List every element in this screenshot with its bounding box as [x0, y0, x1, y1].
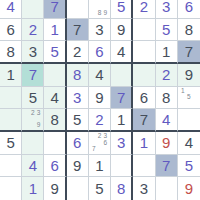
cell-r4c7[interactable]: [133, 64, 155, 87]
cell-r8c8[interactable]: 7: [156, 155, 178, 178]
cell-digit: 4: [50, 90, 58, 105]
cell-r1c5[interactable]: 89: [89, 0, 111, 19]
cell-r5c5[interactable]: 9: [89, 87, 111, 110]
cell-digit: 6: [140, 90, 148, 105]
cell-digit: 5: [50, 44, 58, 59]
cell-digit: 7: [185, 44, 193, 59]
cell-digit: 9: [95, 90, 103, 105]
cell-r3c3[interactable]: 5: [44, 41, 66, 64]
cell-r6c6[interactable]: 1: [111, 109, 133, 132]
cell-r8c6[interactable]: [111, 155, 133, 178]
cell-r1c2[interactable]: [22, 0, 44, 19]
cell-r7c1[interactable]: 5: [0, 132, 22, 155]
cell-r6c2[interactable]: 239: [22, 109, 44, 132]
cell-r4c3[interactable]: [44, 64, 66, 87]
cell-digit: 8: [185, 22, 193, 37]
pencil-marks: 239: [24, 110, 41, 129]
cell-digit: 6: [6, 22, 14, 37]
cell-r1c9[interactable]: 6: [178, 0, 200, 19]
cell-r8c2[interactable]: 4: [22, 155, 44, 178]
cell-digit: 3: [117, 135, 125, 150]
cell-r4c6[interactable]: [111, 64, 133, 87]
cell-r1c6[interactable]: 5: [111, 0, 133, 19]
cell-r5c4[interactable]: 3: [67, 87, 89, 110]
cell-r3c7[interactable]: [133, 41, 155, 64]
cell-r5c3[interactable]: 4: [44, 87, 66, 110]
cell-r6c9[interactable]: [178, 109, 200, 132]
cell-r6c7[interactable]: 7: [133, 109, 155, 132]
cell-digit: 5: [73, 112, 81, 127]
cell-r2c8[interactable]: 5: [156, 19, 178, 42]
cell-digit: 1: [117, 112, 125, 127]
cell-r7c8[interactable]: 9: [156, 132, 178, 155]
cell-r2c9[interactable]: 8: [178, 19, 200, 42]
cell-digit: 3: [140, 181, 148, 196]
cell-r4c9[interactable]: 9: [178, 64, 200, 87]
cell-digit: 8: [50, 112, 58, 127]
pencil-mark: 9: [36, 122, 42, 129]
cell-digit: 9: [50, 181, 58, 196]
pencil-mark: 5: [186, 94, 192, 101]
cell-digit: 6: [73, 135, 81, 150]
cell-digit: 5: [6, 135, 14, 150]
cell-digit: 7: [29, 67, 37, 82]
cell-r4c8[interactable]: 2: [156, 64, 178, 87]
cell-r3c1[interactable]: 8: [0, 41, 22, 64]
cell-r2c6[interactable]: 9: [111, 19, 133, 42]
sudoku-grid: 4789523662173958835264171784295439768152…: [0, 0, 200, 200]
cell-r1c4[interactable]: [67, 0, 89, 19]
cell-digit: 7: [73, 22, 81, 37]
pencil-mark: 7: [91, 146, 97, 153]
pencil-marks: 89: [91, 0, 108, 17]
cell-digit: 2: [73, 44, 81, 59]
cell-r1c1[interactable]: 4: [0, 0, 22, 19]
cell-digit: 4: [95, 67, 103, 82]
cell-digit: 3: [162, 0, 170, 14]
sudoku-board: 4789523662173958835264171784295439768152…: [0, 0, 200, 200]
cell-digit: 1: [50, 22, 58, 37]
cell-r3c8[interactable]: 1: [156, 41, 178, 64]
cell-digit: 5: [162, 22, 170, 37]
cell-digit: 8: [6, 44, 14, 59]
cell-digit: 8: [162, 90, 170, 105]
cell-r9c2[interactable]: 1: [22, 177, 44, 200]
pencil-marks: 15: [180, 88, 198, 108]
cell-digit: 2: [162, 67, 170, 82]
cell-digit: 2: [29, 22, 37, 37]
cell-r9c8[interactable]: [156, 177, 178, 200]
cell-digit: 5: [95, 181, 103, 196]
cell-digit: 1: [162, 44, 170, 59]
cell-digit: 7: [162, 158, 170, 173]
cell-digit: 8: [73, 67, 81, 82]
cell-r9c4[interactable]: [67, 177, 89, 200]
cell-digit: 9: [117, 22, 125, 37]
cell-r7c4[interactable]: 6: [67, 132, 89, 155]
cell-r9c1[interactable]: [0, 177, 22, 200]
cell-r9c9[interactable]: 9: [178, 177, 200, 200]
cell-r1c8[interactable]: 3: [156, 0, 178, 19]
cell-r3c4[interactable]: 2: [67, 41, 89, 64]
cell-digit: 6: [95, 44, 103, 59]
cell-digit: 5: [29, 90, 37, 105]
cell-r9c6[interactable]: 8: [111, 177, 133, 200]
cell-digit: 1: [6, 67, 14, 82]
cell-r3c2[interactable]: 3: [22, 41, 44, 64]
cell-digit: 6: [185, 0, 193, 14]
cell-digit: 9: [162, 135, 170, 150]
cell-digit: 9: [185, 181, 193, 196]
cell-digit: 3: [29, 44, 37, 59]
cell-r2c3[interactable]: 1: [44, 19, 66, 42]
cell-r5c8[interactable]: 8: [156, 87, 178, 110]
cell-r8c5[interactable]: 1: [89, 155, 111, 178]
cell-digit: 6: [50, 158, 58, 173]
cell-digit: 4: [117, 44, 125, 59]
cell-digit: 9: [185, 67, 193, 82]
cell-r2c4[interactable]: 7: [67, 19, 89, 42]
cell-digit: 3: [73, 90, 81, 105]
pencil-mark: 3: [36, 110, 42, 117]
cell-r8c4[interactable]: 9: [67, 155, 89, 178]
cell-r9c5[interactable]: 5: [89, 177, 111, 200]
cell-r3c9[interactable]: 7: [178, 41, 200, 64]
cell-r2c1[interactable]: 6: [0, 19, 22, 42]
cell-r5c6[interactable]: 7: [111, 87, 133, 110]
cell-r7c2[interactable]: [22, 132, 44, 155]
cell-r3c6[interactable]: 4: [111, 41, 133, 64]
cell-r7c3[interactable]: [44, 132, 66, 155]
cell-digit: 7: [117, 90, 125, 105]
cell-digit: 4: [185, 135, 193, 150]
cell-r6c3[interactable]: 8: [44, 109, 66, 132]
cell-r4c4[interactable]: 8: [67, 64, 89, 87]
cell-r4c1[interactable]: 1: [0, 64, 22, 87]
cell-r1c3[interactable]: 7: [44, 0, 66, 19]
cell-r4c2[interactable]: 7: [22, 64, 44, 87]
cell-r5c2[interactable]: 5: [22, 87, 44, 110]
cell-digit: 4: [162, 112, 170, 127]
cell-r6c8[interactable]: 4: [156, 109, 178, 132]
cell-r7c6[interactable]: 3: [111, 132, 133, 155]
cell-r8c1[interactable]: [0, 155, 22, 178]
cell-r4c5[interactable]: 4: [89, 64, 111, 87]
cell-r8c9[interactable]: 5: [178, 155, 200, 178]
cell-r5c1[interactable]: [0, 87, 22, 110]
cell-r2c2[interactable]: 2: [22, 19, 44, 42]
cell-digit: 2: [140, 0, 148, 14]
cell-r6c4[interactable]: 5: [67, 109, 89, 132]
cell-r2c7[interactable]: [133, 19, 155, 42]
cell-digit: 3: [95, 22, 103, 37]
cell-digit: 7: [140, 112, 148, 127]
cell-r9c3[interactable]: 9: [44, 177, 66, 200]
cell-r7c5[interactable]: 2367: [89, 132, 111, 155]
cell-digit: 2: [95, 112, 103, 127]
cell-r8c7[interactable]: [133, 155, 155, 178]
cell-digit: 4: [6, 0, 14, 14]
cell-digit: 1: [95, 158, 103, 173]
cell-r5c9[interactable]: 15: [178, 87, 200, 110]
cell-r6c1[interactable]: [0, 109, 22, 132]
cell-digit: 7: [50, 0, 58, 14]
cell-r2c5[interactable]: 3: [89, 19, 111, 42]
pencil-mark: 9: [102, 10, 108, 17]
cell-digit: 9: [73, 158, 81, 173]
cell-digit: 1: [29, 181, 37, 196]
cell-digit: 5: [185, 158, 193, 173]
cell-r7c9[interactable]: 4: [178, 132, 200, 155]
pencil-marks: 2367: [91, 133, 108, 153]
cell-r5c7[interactable]: 6: [133, 87, 155, 110]
pencil-mark: 6: [102, 140, 108, 147]
cell-r9c7[interactable]: 3: [133, 177, 155, 200]
cell-r6c5[interactable]: 2: [89, 109, 111, 132]
cell-digit: 8: [117, 181, 125, 196]
cell-digit: 5: [117, 0, 125, 14]
cell-r3c5[interactable]: 6: [89, 41, 111, 64]
cell-digit: 4: [29, 158, 37, 173]
cell-r7c7[interactable]: 1: [133, 132, 155, 155]
cell-r1c7[interactable]: 2: [133, 0, 155, 19]
cell-digit: 1: [140, 135, 148, 150]
cell-r8c3[interactable]: 6: [44, 155, 66, 178]
